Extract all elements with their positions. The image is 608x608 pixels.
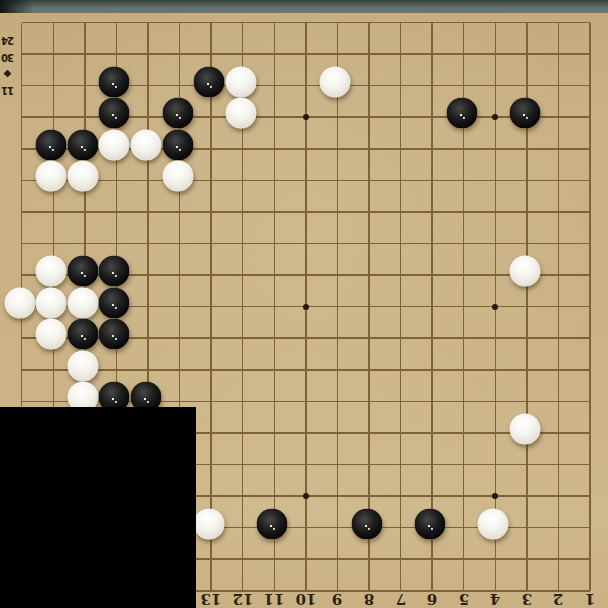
black-stone xyxy=(99,319,130,350)
coordinate-label: 10 xyxy=(295,590,316,608)
white-stone xyxy=(225,98,256,129)
black-stone xyxy=(99,66,130,97)
grid-line-vertical xyxy=(558,23,560,591)
white-stone xyxy=(509,413,540,444)
star-point xyxy=(492,493,498,499)
white-stone xyxy=(225,66,256,97)
white-stone xyxy=(509,256,540,287)
black-stone xyxy=(415,508,446,539)
black-stone xyxy=(36,129,67,160)
censor-box xyxy=(0,407,196,608)
grid-line-horizontal xyxy=(22,369,590,371)
grid-line-vertical xyxy=(400,23,402,591)
black-stone xyxy=(162,129,193,160)
white-stone xyxy=(67,161,98,192)
white-stone xyxy=(194,508,225,539)
margin-glyph: 24 xyxy=(2,35,14,46)
coordinate-label: 6 xyxy=(427,590,437,608)
coordinate-label: 1 xyxy=(585,590,595,608)
margin-glyph: 11 xyxy=(2,85,14,96)
white-stone xyxy=(320,66,351,97)
coordinate-label: 9 xyxy=(332,590,342,608)
white-stone xyxy=(130,129,161,160)
coordinate-label: 11 xyxy=(264,590,285,608)
black-stone xyxy=(67,256,98,287)
black-stone xyxy=(446,98,477,129)
black-stone xyxy=(67,319,98,350)
black-stone xyxy=(162,98,193,129)
go-board-photo: 13121110987654321 2430◆11 xyxy=(0,0,608,608)
white-stone xyxy=(67,287,98,318)
white-stone xyxy=(162,161,193,192)
coordinate-label: 7 xyxy=(395,590,405,608)
white-stone xyxy=(4,287,35,318)
black-stone xyxy=(257,508,288,539)
margin-glyph: ◆ xyxy=(5,69,12,80)
black-stone xyxy=(67,129,98,160)
coordinate-label: 3 xyxy=(522,590,532,608)
black-stone xyxy=(99,98,130,129)
coordinate-label: 4 xyxy=(490,590,500,608)
white-stone xyxy=(478,508,509,539)
black-stone xyxy=(509,98,540,129)
white-stone xyxy=(99,129,130,160)
coordinate-label: 12 xyxy=(232,590,253,608)
white-stone xyxy=(36,161,67,192)
white-stone xyxy=(36,319,67,350)
grid-line-vertical xyxy=(589,23,591,591)
black-stone xyxy=(351,508,382,539)
grid-line-vertical xyxy=(368,23,370,591)
margin-glyph: 30 xyxy=(2,52,14,63)
white-stone xyxy=(36,256,67,287)
black-stone xyxy=(99,256,130,287)
grid-line-vertical xyxy=(337,23,339,591)
white-stone xyxy=(67,350,98,381)
grid-line-vertical xyxy=(431,23,433,591)
white-stone xyxy=(36,287,67,318)
star-point xyxy=(303,493,309,499)
coordinate-label: 5 xyxy=(458,590,468,608)
black-stone xyxy=(99,287,130,318)
coordinate-label: 2 xyxy=(553,590,563,608)
star-point xyxy=(303,304,309,310)
star-point xyxy=(492,304,498,310)
coordinate-label: 13 xyxy=(201,590,222,608)
star-point xyxy=(492,114,498,120)
coordinate-label: 8 xyxy=(364,590,374,608)
star-point xyxy=(303,114,309,120)
black-stone xyxy=(194,66,225,97)
